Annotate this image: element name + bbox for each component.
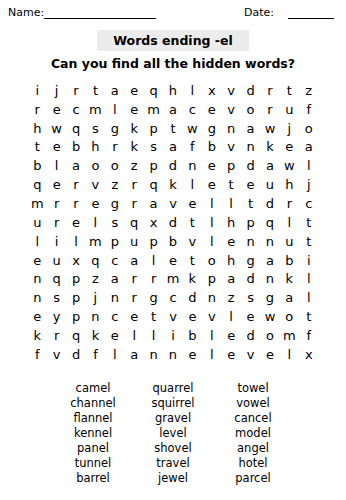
grid-cell-r2c11: v bbox=[221, 100, 240, 119]
grid-cell-r14c10: l bbox=[202, 326, 221, 345]
grid-cell-r6c8: k bbox=[163, 175, 182, 194]
grid-cell-r11c10: p bbox=[202, 269, 221, 288]
word-item-flannel: flannel bbox=[53, 411, 133, 426]
grid-cell-r4c7: s bbox=[144, 138, 163, 157]
grid-cell-r5c7: p bbox=[144, 156, 163, 175]
grid-cell-r12c11: z bbox=[221, 288, 240, 307]
grid-cell-r9c6: u bbox=[125, 232, 144, 251]
worksheet-header: Name: Date: bbox=[0, 0, 346, 19]
grid-cell-r5c6: z bbox=[125, 156, 144, 175]
word-item-hotel: hotel bbox=[213, 456, 293, 471]
grid-cell-r5c5: o bbox=[105, 156, 124, 175]
grid-cell-r7c14: r bbox=[280, 194, 299, 213]
grid-cell-r1c14: t bbox=[280, 81, 299, 100]
word-item-travel: travel bbox=[133, 456, 213, 471]
grid-cell-r3c6: k bbox=[125, 119, 144, 138]
date-field: Date: bbox=[244, 6, 334, 19]
grid-cell-r12c7: g bbox=[144, 288, 163, 307]
grid-cell-r8c3: e bbox=[66, 213, 85, 232]
grid-cell-r12c2: s bbox=[47, 288, 66, 307]
grid-cell-r9c12: n bbox=[241, 232, 260, 251]
grid-cell-r7c5: g bbox=[105, 194, 124, 213]
grid-cell-r5c14: w bbox=[280, 156, 299, 175]
grid-cell-r11c5: a bbox=[105, 269, 124, 288]
grid-cell-r8c10: l bbox=[202, 213, 221, 232]
grid-cell-r13c9: e bbox=[183, 307, 202, 326]
grid-cell-r15c6: a bbox=[125, 345, 144, 364]
grid-cell-r10c12: g bbox=[241, 251, 260, 270]
grid-cell-r14c1: k bbox=[28, 326, 47, 345]
grid-cell-r9c4: m bbox=[86, 232, 105, 251]
grid-cell-r5c1: b bbox=[28, 156, 47, 175]
grid-cell-r1c11: v bbox=[221, 81, 240, 100]
word-item-parcel: parcel bbox=[213, 471, 293, 486]
grid-cell-r13c2: y bbox=[47, 307, 66, 326]
word-item-camel: camel bbox=[53, 381, 133, 396]
grid-cell-r15c12: v bbox=[241, 345, 260, 364]
grid-cell-r14c2: r bbox=[47, 326, 66, 345]
grid-cell-r14c12: d bbox=[241, 326, 260, 345]
grid-cell-r1c15: z bbox=[299, 81, 318, 100]
word-list-column-2: quarrelsquirrelgravellevelshoveltravelje… bbox=[133, 381, 213, 487]
grid-cell-r9c2: i bbox=[47, 232, 66, 251]
grid-cell-r12c14: a bbox=[280, 288, 299, 307]
grid-cell-r8c8: d bbox=[163, 213, 182, 232]
grid-cell-r9c15: t bbox=[299, 232, 318, 251]
grid-cell-r11c9: k bbox=[183, 269, 202, 288]
grid-cell-r15c4: f bbox=[86, 345, 105, 364]
word-item-model: model bbox=[213, 426, 293, 441]
grid-cell-r4c2: e bbox=[47, 138, 66, 157]
grid-cell-r13c8: v bbox=[163, 307, 182, 326]
grid-cell-r12c5: n bbox=[105, 288, 124, 307]
grid-cell-r2c10: e bbox=[202, 100, 221, 119]
grid-cell-r7c9: e bbox=[183, 194, 202, 213]
name-line bbox=[44, 8, 156, 19]
grid-cell-r8c5: s bbox=[105, 213, 124, 232]
grid-cell-r11c4: z bbox=[86, 269, 105, 288]
grid-cell-r13c4: n bbox=[86, 307, 105, 326]
grid-cell-r15c14: l bbox=[280, 345, 299, 364]
grid-cell-r15c11: e bbox=[221, 345, 240, 364]
grid-cell-r5c4: o bbox=[86, 156, 105, 175]
grid-cell-r12c12: s bbox=[241, 288, 260, 307]
grid-cell-r4c8: a bbox=[163, 138, 182, 157]
grid-cell-r13c15: t bbox=[299, 307, 318, 326]
grid-cell-r13c3: p bbox=[66, 307, 85, 326]
grid-cell-r10c1: e bbox=[28, 251, 47, 270]
grid-cell-r10c8: e bbox=[163, 251, 182, 270]
grid-cell-r6c12: e bbox=[241, 175, 260, 194]
date-gap bbox=[274, 9, 288, 19]
grid-cell-r13c5: c bbox=[105, 307, 124, 326]
grid-cell-r4c9: f bbox=[183, 138, 202, 157]
grid-cell-r12c6: r bbox=[125, 288, 144, 307]
grid-cell-r2c12: o bbox=[241, 100, 260, 119]
grid-cell-r7c10: l bbox=[202, 194, 221, 213]
grid-cell-r5c11: p bbox=[221, 156, 240, 175]
grid-cell-r11c14: k bbox=[280, 269, 299, 288]
grid-cell-r15c1: f bbox=[28, 345, 47, 364]
grid-cell-r10c14: b bbox=[280, 251, 299, 270]
grid-cell-r8c7: x bbox=[144, 213, 163, 232]
grid-cell-r2c13: r bbox=[260, 100, 279, 119]
grid-cell-r14c13: o bbox=[260, 326, 279, 345]
grid-cell-r11c12: d bbox=[241, 269, 260, 288]
word-item-level: level bbox=[133, 426, 213, 441]
grid-cell-r12c8: c bbox=[163, 288, 182, 307]
grid-cell-r10c15: i bbox=[299, 251, 318, 270]
grid-cell-r9c8: b bbox=[163, 232, 182, 251]
word-item-vowel: vowel bbox=[213, 396, 293, 411]
grid-cell-r3c1: h bbox=[28, 119, 47, 138]
grid-cell-r1c2: j bbox=[47, 81, 66, 100]
grid-cell-r15c13: e bbox=[260, 345, 279, 364]
grid-cell-r1c13: r bbox=[260, 81, 279, 100]
word-item-cancel: cancel bbox=[213, 411, 293, 426]
grid-cell-r12c4: j bbox=[86, 288, 105, 307]
wordsearch-grid: ijrtaeqhlxvdrtzrecmlemacevorufhwqsgkptwg… bbox=[28, 81, 319, 364]
worksheet-page: Name: Date: Words ending -el Can you fin… bbox=[0, 0, 346, 500]
grid-cell-r15c15: x bbox=[299, 345, 318, 364]
grid-cell-r9c14: u bbox=[280, 232, 299, 251]
grid-cell-r2c1: r bbox=[28, 100, 47, 119]
grid-cell-r3c13: w bbox=[260, 119, 279, 138]
grid-cell-r15c10: l bbox=[202, 345, 221, 364]
grid-cell-r10c6: a bbox=[125, 251, 144, 270]
grid-cell-r4c15: a bbox=[299, 138, 318, 157]
grid-cell-r9c3: l bbox=[66, 232, 85, 251]
grid-cell-r6c9: l bbox=[183, 175, 202, 194]
grid-cell-r6c10: e bbox=[202, 175, 221, 194]
grid-cell-r13c14: o bbox=[280, 307, 299, 326]
grid-cell-r2c4: m bbox=[86, 100, 105, 119]
grid-cell-r2c15: f bbox=[299, 100, 318, 119]
grid-cell-r3c12: a bbox=[241, 119, 260, 138]
grid-cell-r2c14: u bbox=[280, 100, 299, 119]
grid-cell-r13c11: l bbox=[221, 307, 240, 326]
grid-cell-r8c6: q bbox=[125, 213, 144, 232]
grid-cell-r10c10: o bbox=[202, 251, 221, 270]
word-item-tunnel: tunnel bbox=[53, 456, 133, 471]
grid-cell-r8c9: t bbox=[183, 213, 202, 232]
grid-cell-r9c7: p bbox=[144, 232, 163, 251]
grid-cell-r7c13: d bbox=[260, 194, 279, 213]
title-box: Words ending -el bbox=[97, 30, 249, 51]
grid-cell-r6c1: q bbox=[28, 175, 47, 194]
grid-cell-r15c7: n bbox=[144, 345, 163, 364]
grid-cell-r8c12: p bbox=[241, 213, 260, 232]
grid-cell-r14c4: k bbox=[86, 326, 105, 345]
grid-cell-r12c15: l bbox=[299, 288, 318, 307]
word-item-towel: towel bbox=[213, 381, 293, 396]
grid-cell-r10c3: x bbox=[66, 251, 85, 270]
grid-cell-r11c13: n bbox=[260, 269, 279, 288]
grid-cell-r4c14: e bbox=[280, 138, 299, 157]
grid-cell-r2c7: m bbox=[144, 100, 163, 119]
grid-cell-r8c1: u bbox=[28, 213, 47, 232]
grid-cell-r8c2: r bbox=[47, 213, 66, 232]
grid-cell-r1c12: d bbox=[241, 81, 260, 100]
grid-cell-r14c3: q bbox=[66, 326, 85, 345]
grid-cell-r2c2: e bbox=[47, 100, 66, 119]
grid-cell-r6c4: v bbox=[86, 175, 105, 194]
grid-cell-r10c7: l bbox=[144, 251, 163, 270]
grid-cell-r3c11: n bbox=[221, 119, 240, 138]
grid-cell-r1c7: q bbox=[144, 81, 163, 100]
grid-cell-r2c9: c bbox=[183, 100, 202, 119]
grid-cell-r9c9: v bbox=[183, 232, 202, 251]
grid-cell-r13c1: e bbox=[28, 307, 47, 326]
word-list-column-3: towelvowelcancelmodelangelhotelparcel bbox=[213, 381, 293, 487]
grid-cell-r3c2: w bbox=[47, 119, 66, 138]
word-item-squirrel: squirrel bbox=[133, 396, 213, 411]
grid-cell-r13c10: v bbox=[202, 307, 221, 326]
grid-cell-r10c13: a bbox=[260, 251, 279, 270]
grid-cell-r12c3: p bbox=[66, 288, 85, 307]
grid-cell-r4c4: h bbox=[86, 138, 105, 157]
grid-cell-r14c14: m bbox=[280, 326, 299, 345]
grid-cell-r1c8: h bbox=[163, 81, 182, 100]
grid-cell-r12c10: n bbox=[202, 288, 221, 307]
page-title: Words ending -el bbox=[113, 33, 233, 48]
grid-cell-r13c13: w bbox=[260, 307, 279, 326]
name-label: Name: bbox=[8, 6, 44, 19]
grid-cell-r1c4: t bbox=[86, 81, 105, 100]
grid-cell-r4c12: n bbox=[241, 138, 260, 157]
grid-cell-r11c8: m bbox=[163, 269, 182, 288]
grid-cell-r7c2: r bbox=[47, 194, 66, 213]
grid-cell-r5c15: l bbox=[299, 156, 318, 175]
grid-cell-r4c6: k bbox=[125, 138, 144, 157]
grid-cell-r13c7: t bbox=[144, 307, 163, 326]
grid-cell-r3c8: t bbox=[163, 119, 182, 138]
grid-cell-r7c3: r bbox=[66, 194, 85, 213]
grid-cell-r11c3: p bbox=[66, 269, 85, 288]
grid-cell-r10c2: u bbox=[47, 251, 66, 270]
word-item-gravel: gravel bbox=[133, 411, 213, 426]
page-subtitle: Can you find all the hidden words? bbox=[0, 56, 346, 71]
grid-cell-r3c3: q bbox=[66, 119, 85, 138]
word-item-barrel: barrel bbox=[53, 471, 133, 486]
grid-cell-r7c1: m bbox=[28, 194, 47, 213]
grid-cell-r12c9: d bbox=[183, 288, 202, 307]
grid-cell-r12c13: g bbox=[260, 288, 279, 307]
grid-cell-r10c5: c bbox=[105, 251, 124, 270]
grid-cell-r15c5: l bbox=[105, 345, 124, 364]
grid-cell-r6c3: r bbox=[66, 175, 85, 194]
grid-cell-r11c7: r bbox=[144, 269, 163, 288]
grid-cell-r5c10: e bbox=[202, 156, 221, 175]
grid-cell-r4c11: v bbox=[221, 138, 240, 157]
grid-cell-r4c10: b bbox=[202, 138, 221, 157]
grid-cell-r3c15: o bbox=[299, 119, 318, 138]
date-label: Date: bbox=[244, 6, 274, 19]
grid-cell-r15c8: n bbox=[163, 345, 182, 364]
grid-cell-r8c13: q bbox=[260, 213, 279, 232]
grid-cell-r9c1: l bbox=[28, 232, 47, 251]
grid-cell-r9c10: l bbox=[202, 232, 221, 251]
grid-cell-r7c12: t bbox=[241, 194, 260, 213]
grid-cell-r5c13: a bbox=[260, 156, 279, 175]
grid-cell-r4c3: b bbox=[66, 138, 85, 157]
grid-cell-r14c5: e bbox=[105, 326, 124, 345]
grid-cell-r4c5: r bbox=[105, 138, 124, 157]
grid-cell-r1c9: l bbox=[183, 81, 202, 100]
grid-cell-r3c10: g bbox=[202, 119, 221, 138]
grid-cell-r1c3: r bbox=[66, 81, 85, 100]
grid-cell-r2c5: l bbox=[105, 100, 124, 119]
grid-cell-r7c7: a bbox=[144, 194, 163, 213]
grid-cell-r6c6: r bbox=[125, 175, 144, 194]
grid-cell-r5c9: n bbox=[183, 156, 202, 175]
grid-cell-r7c8: v bbox=[163, 194, 182, 213]
word-item-angel: angel bbox=[213, 441, 293, 456]
name-field: Name: bbox=[8, 6, 156, 19]
grid-cell-r14c6: l bbox=[125, 326, 144, 345]
word-item-panel: panel bbox=[53, 441, 133, 456]
grid-cell-r3c4: s bbox=[86, 119, 105, 138]
grid-cell-r15c3: d bbox=[66, 345, 85, 364]
word-item-kennel: kennel bbox=[53, 426, 133, 441]
grid-cell-r14c8: i bbox=[163, 326, 182, 345]
word-list-column-1: camelchannelflannelkennelpaneltunnelbarr… bbox=[53, 381, 133, 487]
grid-cell-r13c12: e bbox=[241, 307, 260, 326]
grid-cell-r9c13: n bbox=[260, 232, 279, 251]
grid-cell-r5c2: l bbox=[47, 156, 66, 175]
grid-cell-r11c6: r bbox=[125, 269, 144, 288]
grid-cell-r12c1: n bbox=[28, 288, 47, 307]
grid-cell-r11c2: q bbox=[47, 269, 66, 288]
grid-cell-r6c15: j bbox=[299, 175, 318, 194]
grid-cell-r14c11: e bbox=[221, 326, 240, 345]
grid-cell-r1c10: x bbox=[202, 81, 221, 100]
grid-cell-r1c6: e bbox=[125, 81, 144, 100]
grid-cell-r8c11: h bbox=[221, 213, 240, 232]
grid-cell-r4c13: k bbox=[260, 138, 279, 157]
grid-cell-r11c15: l bbox=[299, 269, 318, 288]
grid-cell-r5c12: d bbox=[241, 156, 260, 175]
grid-cell-r11c11: a bbox=[221, 269, 240, 288]
grid-cell-r8c14: l bbox=[280, 213, 299, 232]
grid-cell-r9c5: p bbox=[105, 232, 124, 251]
word-item-quarrel: quarrel bbox=[133, 381, 213, 396]
grid-cell-r6c2: e bbox=[47, 175, 66, 194]
grid-cell-r11c1: n bbox=[28, 269, 47, 288]
word-item-shovel: shovel bbox=[133, 441, 213, 456]
grid-cell-r14c7: l bbox=[144, 326, 163, 345]
grid-cell-r2c6: e bbox=[125, 100, 144, 119]
grid-cell-r13c6: e bbox=[125, 307, 144, 326]
grid-cell-r8c4: l bbox=[86, 213, 105, 232]
grid-cell-r3c7: p bbox=[144, 119, 163, 138]
grid-cell-r2c3: c bbox=[66, 100, 85, 119]
grid-cell-r6c14: h bbox=[280, 175, 299, 194]
grid-cell-r3c9: w bbox=[183, 119, 202, 138]
grid-cell-r10c9: t bbox=[183, 251, 202, 270]
grid-cell-r3c14: j bbox=[280, 119, 299, 138]
grid-cell-r1c1: i bbox=[28, 81, 47, 100]
grid-cell-r7c6: r bbox=[125, 194, 144, 213]
grid-cell-r10c4: q bbox=[86, 251, 105, 270]
grid-cell-r7c11: l bbox=[221, 194, 240, 213]
grid-cell-r2c8: a bbox=[163, 100, 182, 119]
date-line bbox=[288, 8, 334, 19]
grid-cell-r6c13: u bbox=[260, 175, 279, 194]
grid-cell-r4c1: t bbox=[28, 138, 47, 157]
grid-cell-r15c2: v bbox=[47, 345, 66, 364]
grid-cell-r3c5: g bbox=[105, 119, 124, 138]
grid-cell-r5c3: a bbox=[66, 156, 85, 175]
grid-cell-r5c8: d bbox=[163, 156, 182, 175]
word-item-jewel: jewel bbox=[133, 471, 213, 486]
grid-cell-r7c4: e bbox=[86, 194, 105, 213]
grid-cell-r6c11: t bbox=[221, 175, 240, 194]
grid-cell-r6c7: q bbox=[144, 175, 163, 194]
grid-cell-r6c5: z bbox=[105, 175, 124, 194]
grid-cell-r8c15: t bbox=[299, 213, 318, 232]
grid-cell-r7c15: c bbox=[299, 194, 318, 213]
grid-cell-r14c9: b bbox=[183, 326, 202, 345]
grid-cell-r9c11: e bbox=[221, 232, 240, 251]
word-list: camelchannelflannelkennelpaneltunnelbarr… bbox=[0, 381, 346, 487]
grid-cell-r1c5: a bbox=[105, 81, 124, 100]
word-item-channel: channel bbox=[53, 396, 133, 411]
grid-cell-r14c15: f bbox=[299, 326, 318, 345]
grid-cell-r15c9: e bbox=[183, 345, 202, 364]
grid-cell-r10c11: h bbox=[221, 251, 240, 270]
